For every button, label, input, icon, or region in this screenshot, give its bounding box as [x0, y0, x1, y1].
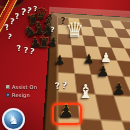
- question-mark: ?: [27, 47, 36, 56]
- question-mark: ?: [44, 17, 52, 25]
- black-pawn-d3[interactable]: ♟: [112, 82, 127, 97]
- knight-avatar-icon: ♞: [4, 113, 23, 127]
- question-mark: ?: [31, 6, 38, 13]
- assist-icon: [6, 85, 10, 89]
- game-scene: ♛♟♟♟♟♝♟♟♜♛♝♞♝♞♟♜♟???????????????? Assist…: [0, 0, 130, 130]
- white-bishop-b3[interactable]: ♝: [77, 82, 96, 101]
- player-avatar[interactable]: ♞: [2, 108, 25, 130]
- white-queen[interactable]: ♛: [65, 20, 86, 41]
- assist-label: Assist On: [12, 84, 37, 90]
- resign-icon: ✕: [6, 93, 10, 97]
- question-mark: ?: [59, 18, 67, 26]
- black-pawn-c4[interactable]: ♟: [96, 64, 110, 78]
- question-mark: ?: [5, 33, 13, 41]
- resign-button[interactable]: ✕ Resign: [6, 92, 37, 98]
- resign-label: Resign: [12, 92, 30, 98]
- black-pawn-a5[interactable]: ♟: [54, 54, 66, 66]
- question-mark: ?: [39, 29, 47, 37]
- black-pawn-selected[interactable]: ♟: [58, 103, 75, 120]
- hud: Assist On ✕ Resign: [6, 84, 37, 100]
- question-mark: ?: [48, 27, 56, 35]
- question-mark: ?: [59, 80, 69, 90]
- black-pawn-c5[interactable]: ♟: [83, 53, 95, 65]
- assist-toggle[interactable]: Assist On: [6, 84, 37, 90]
